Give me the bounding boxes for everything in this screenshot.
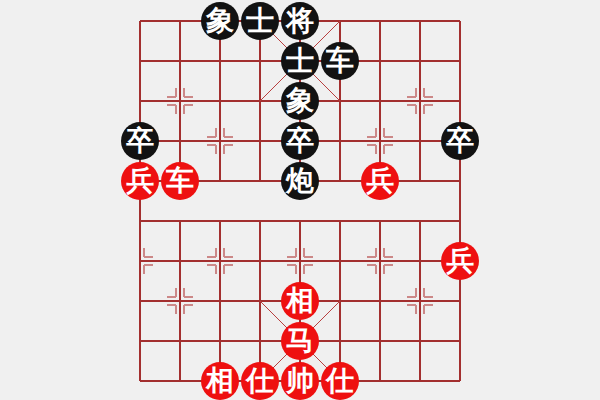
piece-black-elephant[interactable]: 象 — [281, 82, 319, 120]
piece-red-soldier[interactable]: 兵 — [441, 242, 479, 280]
piece-black-soldier[interactable]: 卒 — [281, 122, 319, 160]
piece-red-advisor[interactable]: 仕 — [321, 362, 359, 400]
piece-black-cannon[interactable]: 炮 — [281, 162, 319, 200]
piece-black-elephant[interactable]: 象 — [201, 2, 239, 40]
piece-black-advisor[interactable]: 士 — [281, 42, 319, 80]
piece-red-general[interactable]: 帅 — [281, 362, 319, 400]
piece-black-advisor[interactable]: 士 — [241, 2, 279, 40]
piece-black-chariot[interactable]: 车 — [321, 42, 359, 80]
piece-red-advisor[interactable]: 仕 — [241, 362, 279, 400]
piece-red-horse[interactable]: 马 — [281, 322, 319, 360]
piece-red-chariot[interactable]: 车 — [161, 162, 199, 200]
piece-red-elephant[interactable]: 相 — [281, 282, 319, 320]
xiangqi-board: 象士将士车象卒卒卒炮兵车兵兵相马相仕帅仕 — [0, 0, 600, 400]
piece-red-soldier[interactable]: 兵 — [121, 162, 159, 200]
piece-black-soldier[interactable]: 卒 — [441, 122, 479, 160]
piece-black-general[interactable]: 将 — [281, 2, 319, 40]
piece-black-soldier[interactable]: 卒 — [121, 122, 159, 160]
piece-red-soldier[interactable]: 兵 — [361, 162, 399, 200]
piece-red-elephant[interactable]: 相 — [201, 362, 239, 400]
